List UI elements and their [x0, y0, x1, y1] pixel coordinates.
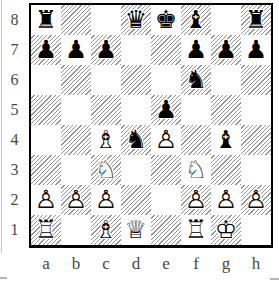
file-label-b: b [61, 250, 91, 278]
square-b7[interactable]: ♟ [61, 35, 91, 65]
file-label-f: f [181, 250, 211, 278]
square-h1[interactable] [241, 215, 271, 245]
frame-corner-mark-left [0, 277, 7, 279]
square-c1[interactable]: ♝♗ [91, 215, 121, 245]
black-pawn-piece: ♟ [181, 35, 211, 65]
square-b2[interactable]: ♟♙ [61, 185, 91, 215]
square-a6[interactable] [31, 65, 61, 95]
square-b3[interactable] [61, 155, 91, 185]
file-label-a: a [31, 250, 61, 278]
frame-corner-mark-right [270, 278, 279, 280]
square-b1[interactable] [61, 215, 91, 245]
square-h5[interactable] [241, 95, 271, 125]
square-f6[interactable]: ♞ [181, 65, 211, 95]
white-king-piece: ♚♔ [211, 215, 241, 245]
square-g8[interactable] [211, 5, 241, 35]
square-b8[interactable] [61, 5, 91, 35]
square-e5[interactable]: ♟ [151, 95, 181, 125]
file-label-g: g [211, 250, 241, 278]
square-d2[interactable] [121, 185, 151, 215]
file-label-h: h [241, 250, 271, 278]
square-f1[interactable]: ♜♖ [181, 215, 211, 245]
square-g4[interactable]: ♝ [211, 125, 241, 155]
white-knight-piece: ♞♘ [91, 155, 121, 185]
square-g1[interactable]: ♚♔ [211, 215, 241, 245]
black-bishop-piece: ♝ [181, 5, 211, 35]
square-c4[interactable]: ♝♗ [91, 125, 121, 155]
black-knight-piece: ♞ [121, 125, 151, 155]
square-g6[interactable] [211, 65, 241, 95]
square-e7[interactable] [151, 35, 181, 65]
square-e3[interactable] [151, 155, 181, 185]
black-pawn-piece: ♟ [31, 35, 61, 65]
rank-label-1: 1 [0, 215, 29, 245]
black-queen-piece: ♛ [121, 5, 151, 35]
square-d8[interactable]: ♛ [121, 5, 151, 35]
square-f4[interactable] [181, 125, 211, 155]
square-g2[interactable]: ♟♙ [211, 185, 241, 215]
black-bishop-piece: ♝ [211, 125, 241, 155]
square-f2[interactable]: ♟♙ [181, 185, 211, 215]
file-label-c: c [91, 250, 121, 278]
file-label-d: d [121, 250, 151, 278]
square-h4[interactable] [241, 125, 271, 155]
rank-label-4: 4 [0, 125, 29, 155]
white-rook-piece: ♜♖ [181, 215, 211, 245]
square-c8[interactable] [91, 5, 121, 35]
square-e6[interactable] [151, 65, 181, 95]
square-d3[interactable] [121, 155, 151, 185]
white-pawn-piece: ♟♙ [31, 185, 61, 215]
square-c7[interactable]: ♟ [91, 35, 121, 65]
black-pawn-piece: ♟ [151, 95, 181, 125]
black-pawn-piece: ♟ [91, 35, 121, 65]
square-a2[interactable]: ♟♙ [31, 185, 61, 215]
square-c5[interactable] [91, 95, 121, 125]
white-queen-piece: ♛♕ [121, 215, 151, 245]
file-labels: abcdefgh [31, 250, 271, 278]
white-pawn-piece: ♟♙ [91, 185, 121, 215]
white-pawn-piece: ♟♙ [211, 185, 241, 215]
white-rook-piece: ♜♖ [31, 215, 61, 245]
rank-label-8: 8 [0, 5, 29, 35]
file-label-e: e [151, 250, 181, 278]
square-f5[interactable] [181, 95, 211, 125]
square-d6[interactable] [121, 65, 151, 95]
rank-label-6: 6 [0, 65, 29, 95]
square-a1[interactable]: ♜♖ [31, 215, 61, 245]
square-h7[interactable]: ♟ [241, 35, 271, 65]
square-h6[interactable] [241, 65, 271, 95]
black-pawn-piece: ♟ [61, 35, 91, 65]
square-g5[interactable] [211, 95, 241, 125]
white-pawn-piece: ♟♙ [151, 125, 181, 155]
white-pawn-piece: ♟♙ [181, 185, 211, 215]
black-rook-piece: ♜ [31, 5, 61, 35]
square-b4[interactable] [61, 125, 91, 155]
chess-board: ♜♛♚♝♜♟♟♟♟♟♟♞♟♝♗♞♟♙♝♞♘♞♘♟♙♟♙♟♙♟♙♟♙♟♙♜♖♝♗♛… [29, 3, 273, 248]
square-a3[interactable] [31, 155, 61, 185]
square-b6[interactable] [61, 65, 91, 95]
square-a7[interactable]: ♟ [31, 35, 61, 65]
white-bishop-piece: ♝♗ [91, 125, 121, 155]
square-e1[interactable] [151, 215, 181, 245]
black-rook-piece: ♜ [241, 5, 271, 35]
square-h8[interactable]: ♜ [241, 5, 271, 35]
chess-diagram: 87654321 ♜♛♚♝♜♟♟♟♟♟♟♞♟♝♗♞♟♙♝♞♘♞♘♟♙♟♙♟♙♟♙… [0, 0, 279, 281]
white-bishop-piece: ♝♗ [91, 215, 121, 245]
black-king-piece: ♚ [151, 5, 181, 35]
square-a4[interactable] [31, 125, 61, 155]
black-pawn-piece: ♟ [211, 35, 241, 65]
rank-labels: 87654321 [0, 5, 29, 245]
square-g7[interactable]: ♟ [211, 35, 241, 65]
square-h3[interactable] [241, 155, 271, 185]
square-e2[interactable] [151, 185, 181, 215]
black-pawn-piece: ♟ [241, 35, 271, 65]
white-knight-piece: ♞♘ [181, 155, 211, 185]
square-d4[interactable]: ♞ [121, 125, 151, 155]
rank-label-5: 5 [0, 95, 29, 125]
square-f8[interactable]: ♝ [181, 5, 211, 35]
square-e4[interactable]: ♟♙ [151, 125, 181, 155]
square-h2[interactable]: ♟♙ [241, 185, 271, 215]
square-d1[interactable]: ♛♕ [121, 215, 151, 245]
square-g3[interactable] [211, 155, 241, 185]
white-pawn-piece: ♟♙ [241, 185, 271, 215]
rank-label-2: 2 [0, 185, 29, 215]
square-a8[interactable]: ♜ [31, 5, 61, 35]
black-knight-piece: ♞ [181, 65, 211, 95]
square-c6[interactable] [91, 65, 121, 95]
rank-label-3: 3 [0, 155, 29, 185]
square-d5[interactable] [121, 95, 151, 125]
square-a5[interactable] [31, 95, 61, 125]
square-f7[interactable]: ♟ [181, 35, 211, 65]
square-d7[interactable] [121, 35, 151, 65]
square-c2[interactable]: ♟♙ [91, 185, 121, 215]
square-b5[interactable] [61, 95, 91, 125]
rank-label-7: 7 [0, 35, 29, 65]
square-f3[interactable]: ♞♘ [181, 155, 211, 185]
white-pawn-piece: ♟♙ [61, 185, 91, 215]
square-e8[interactable]: ♚ [151, 5, 181, 35]
square-c3[interactable]: ♞♘ [91, 155, 121, 185]
